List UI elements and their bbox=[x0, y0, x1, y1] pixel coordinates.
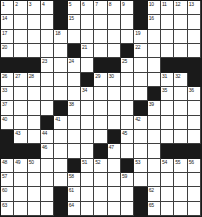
cell[interactable] bbox=[108, 173, 121, 187]
cell[interactable] bbox=[161, 202, 174, 216]
cell[interactable] bbox=[94, 116, 107, 130]
cell[interactable] bbox=[188, 30, 201, 44]
black-cell bbox=[161, 144, 174, 158]
cell[interactable] bbox=[54, 44, 67, 58]
black-cell bbox=[161, 58, 174, 72]
clue-number: 16 bbox=[149, 15, 154, 21]
black-cell bbox=[41, 116, 54, 130]
clue-number: 6 bbox=[82, 1, 84, 7]
cell[interactable] bbox=[81, 144, 94, 158]
cell[interactable] bbox=[121, 15, 134, 29]
cell[interactable] bbox=[148, 58, 161, 72]
cell[interactable] bbox=[161, 116, 174, 130]
cell[interactable] bbox=[108, 87, 121, 101]
cell[interactable] bbox=[188, 173, 201, 187]
cell[interactable] bbox=[94, 202, 107, 216]
cell[interactable] bbox=[94, 44, 107, 58]
cell[interactable] bbox=[188, 116, 201, 130]
clue-number: 35 bbox=[162, 87, 167, 93]
cell[interactable] bbox=[174, 30, 187, 44]
black-cell bbox=[134, 187, 147, 201]
cell[interactable] bbox=[28, 15, 41, 29]
clue-number: 22 bbox=[135, 44, 140, 50]
black-cell bbox=[1, 58, 14, 72]
cell[interactable] bbox=[54, 130, 67, 144]
clue-number: 51 bbox=[82, 159, 87, 165]
cell[interactable]: 45 bbox=[121, 130, 134, 144]
clue-number: 44 bbox=[42, 130, 47, 136]
black-cell bbox=[94, 144, 107, 158]
cell[interactable] bbox=[94, 101, 107, 115]
black-cell bbox=[134, 101, 147, 115]
cell[interactable] bbox=[41, 101, 54, 115]
black-cell bbox=[108, 58, 121, 72]
cell[interactable] bbox=[14, 173, 27, 187]
clue-number: 40 bbox=[2, 116, 7, 122]
cell[interactable] bbox=[148, 159, 161, 173]
cell[interactable] bbox=[41, 173, 54, 187]
cell[interactable]: 41 bbox=[54, 116, 67, 130]
clue-number: 13 bbox=[189, 1, 194, 7]
cell[interactable] bbox=[68, 87, 81, 101]
cell[interactable]: 7 bbox=[94, 1, 107, 15]
cell[interactable]: 6 bbox=[81, 1, 94, 15]
clue-number: 56 bbox=[189, 159, 194, 165]
clue-number: 23 bbox=[42, 58, 47, 64]
black-cell bbox=[54, 187, 67, 201]
clue-number: 32 bbox=[175, 73, 180, 79]
cell[interactable] bbox=[148, 73, 161, 87]
clue-number: 27 bbox=[15, 73, 20, 79]
cell[interactable] bbox=[188, 44, 201, 58]
cell[interactable] bbox=[121, 30, 134, 44]
cell[interactable] bbox=[28, 87, 41, 101]
black-cell bbox=[174, 144, 187, 158]
clue-number: 19 bbox=[135, 30, 140, 36]
cell[interactable] bbox=[108, 187, 121, 201]
black-cell bbox=[121, 159, 134, 173]
cell[interactable] bbox=[108, 30, 121, 44]
cell[interactable] bbox=[14, 116, 27, 130]
black-cell bbox=[134, 202, 147, 216]
cell[interactable] bbox=[81, 15, 94, 29]
cell[interactable]: 14 bbox=[1, 15, 14, 29]
cell[interactable] bbox=[134, 173, 147, 187]
cell[interactable] bbox=[54, 58, 67, 72]
clue-number: 24 bbox=[69, 58, 74, 64]
cell[interactable] bbox=[161, 101, 174, 115]
cell[interactable] bbox=[68, 130, 81, 144]
cell[interactable]: 24 bbox=[68, 58, 81, 72]
clue-number: 48 bbox=[2, 159, 7, 165]
cell[interactable] bbox=[94, 173, 107, 187]
cell[interactable] bbox=[148, 173, 161, 187]
cell[interactable] bbox=[28, 30, 41, 44]
cell[interactable] bbox=[134, 73, 147, 87]
clue-number: 38 bbox=[69, 101, 74, 107]
cell[interactable]: 20 bbox=[1, 44, 14, 58]
cell[interactable] bbox=[68, 144, 81, 158]
clue-number: 59 bbox=[122, 173, 127, 179]
cell[interactable]: 40 bbox=[1, 116, 14, 130]
clue-number: 28 bbox=[29, 73, 34, 79]
cell[interactable]: 18 bbox=[54, 30, 67, 44]
black-cell bbox=[28, 144, 41, 158]
cell[interactable] bbox=[121, 187, 134, 201]
cell[interactable] bbox=[174, 187, 187, 201]
cell[interactable] bbox=[14, 44, 27, 58]
cell[interactable] bbox=[94, 130, 107, 144]
cell[interactable]: 10 bbox=[148, 1, 161, 15]
black-cell bbox=[188, 73, 201, 87]
black-cell bbox=[1, 130, 14, 144]
black-cell bbox=[121, 44, 134, 58]
clue-number: 7 bbox=[95, 1, 97, 7]
cell[interactable]: 22 bbox=[134, 44, 147, 58]
cell[interactable]: 35 bbox=[161, 87, 174, 101]
cell[interactable] bbox=[54, 144, 67, 158]
cell[interactable] bbox=[161, 130, 174, 144]
cell[interactable]: 38 bbox=[68, 101, 81, 115]
cell[interactable] bbox=[188, 187, 201, 201]
cell[interactable]: 51 bbox=[81, 159, 94, 173]
cell[interactable] bbox=[108, 159, 121, 173]
cell[interactable]: 30 bbox=[108, 73, 121, 87]
black-cell bbox=[148, 87, 161, 101]
cell[interactable] bbox=[161, 44, 174, 58]
cell[interactable] bbox=[68, 30, 81, 44]
clue-number: 39 bbox=[149, 101, 154, 107]
cell[interactable] bbox=[54, 159, 67, 173]
cell[interactable] bbox=[28, 101, 41, 115]
cell[interactable] bbox=[94, 30, 107, 44]
clue-number: 9 bbox=[122, 1, 124, 7]
cell[interactable]: 37 bbox=[1, 101, 14, 115]
cell[interactable] bbox=[41, 187, 54, 201]
black-cell bbox=[188, 58, 201, 72]
clue-number: 63 bbox=[2, 202, 7, 208]
crossword-board: 1234567891011121314151617181920212223242… bbox=[0, 0, 202, 217]
clue-number: 3 bbox=[29, 1, 31, 7]
cell[interactable] bbox=[41, 44, 54, 58]
cell[interactable]: 61 bbox=[68, 187, 81, 201]
cell[interactable] bbox=[121, 87, 134, 101]
clue-number: 30 bbox=[109, 73, 114, 79]
cell[interactable] bbox=[14, 101, 27, 115]
cell[interactable]: 32 bbox=[174, 73, 187, 87]
black-cell bbox=[81, 73, 94, 87]
cell[interactable]: 36 bbox=[188, 87, 201, 101]
black-cell bbox=[28, 58, 41, 72]
cell[interactable] bbox=[134, 58, 147, 72]
cell[interactable]: 26 bbox=[1, 73, 14, 87]
clue-number: 60 bbox=[2, 187, 7, 193]
cell[interactable]: 4 bbox=[41, 1, 54, 15]
black-cell bbox=[68, 159, 81, 173]
cell[interactable]: 63 bbox=[1, 202, 14, 216]
cell[interactable]: 27 bbox=[14, 73, 27, 87]
cell[interactable]: 12 bbox=[174, 1, 187, 15]
cell[interactable] bbox=[148, 130, 161, 144]
cell[interactable]: 55 bbox=[174, 159, 187, 173]
cell[interactable]: 17 bbox=[1, 30, 14, 44]
cell[interactable]: 8 bbox=[108, 1, 121, 15]
cell[interactable] bbox=[81, 130, 94, 144]
black-cell bbox=[134, 1, 147, 15]
cell[interactable] bbox=[94, 15, 107, 29]
cell[interactable]: 39 bbox=[148, 101, 161, 115]
black-cell bbox=[94, 58, 107, 72]
cell[interactable] bbox=[121, 116, 134, 130]
cell[interactable] bbox=[174, 173, 187, 187]
black-cell bbox=[14, 58, 27, 72]
clue-number: 41 bbox=[55, 116, 60, 122]
cell[interactable]: 54 bbox=[161, 159, 174, 173]
cell[interactable] bbox=[81, 116, 94, 130]
clue-number: 52 bbox=[95, 159, 100, 165]
black-cell bbox=[174, 58, 187, 72]
cell[interactable]: 48 bbox=[1, 159, 14, 173]
clue-number: 58 bbox=[69, 173, 74, 179]
cell[interactable] bbox=[14, 202, 27, 216]
cell[interactable] bbox=[134, 144, 147, 158]
cell[interactable] bbox=[174, 15, 187, 29]
clue-number: 49 bbox=[15, 159, 20, 165]
cell[interactable] bbox=[188, 130, 201, 144]
cell[interactable]: 15 bbox=[68, 15, 81, 29]
clue-number: 47 bbox=[109, 144, 114, 150]
clue-number: 10 bbox=[149, 1, 154, 7]
cell[interactable] bbox=[14, 187, 27, 201]
cell[interactable] bbox=[28, 130, 41, 144]
clue-number: 17 bbox=[2, 30, 7, 36]
cell[interactable] bbox=[161, 173, 174, 187]
cell[interactable] bbox=[54, 87, 67, 101]
cell[interactable]: 46 bbox=[41, 144, 54, 158]
cell[interactable] bbox=[121, 73, 134, 87]
cell[interactable]: 62 bbox=[148, 187, 161, 201]
cell[interactable]: 34 bbox=[81, 87, 94, 101]
cell[interactable] bbox=[174, 130, 187, 144]
black-cell bbox=[54, 101, 67, 115]
cell[interactable] bbox=[134, 130, 147, 144]
black-cell bbox=[14, 144, 27, 158]
clue-number: 4 bbox=[42, 1, 44, 7]
clue-number: 11 bbox=[162, 1, 167, 7]
clue-number: 29 bbox=[95, 73, 100, 79]
cell[interactable] bbox=[108, 116, 121, 130]
cell[interactable] bbox=[41, 15, 54, 29]
black-cell bbox=[54, 1, 67, 15]
black-cell bbox=[54, 15, 67, 29]
cell[interactable] bbox=[108, 44, 121, 58]
clue-number: 2 bbox=[15, 1, 17, 7]
clue-number: 20 bbox=[2, 44, 7, 50]
clue-number: 14 bbox=[2, 15, 7, 21]
cell[interactable] bbox=[41, 87, 54, 101]
cell[interactable] bbox=[28, 116, 41, 130]
cell[interactable]: 59 bbox=[121, 173, 134, 187]
black-cell bbox=[134, 15, 147, 29]
clue-number: 54 bbox=[162, 159, 167, 165]
cell[interactable]: 9 bbox=[121, 1, 134, 15]
cell[interactable] bbox=[121, 144, 134, 158]
clue-number: 21 bbox=[82, 44, 87, 50]
clue-number: 36 bbox=[189, 87, 194, 93]
clue-number: 57 bbox=[2, 173, 7, 179]
clue-number: 65 bbox=[149, 202, 154, 208]
cell[interactable]: 21 bbox=[81, 44, 94, 58]
cell[interactable] bbox=[28, 202, 41, 216]
cell[interactable] bbox=[108, 15, 121, 29]
cell[interactable]: 11 bbox=[161, 1, 174, 15]
cell[interactable] bbox=[81, 58, 94, 72]
cell[interactable] bbox=[188, 15, 201, 29]
black-cell bbox=[108, 130, 121, 144]
cell[interactable] bbox=[174, 44, 187, 58]
cell[interactable] bbox=[161, 30, 174, 44]
cell[interactable] bbox=[188, 101, 201, 115]
cell[interactable]: 60 bbox=[1, 187, 14, 201]
cell[interactable] bbox=[121, 202, 134, 216]
clue-number: 31 bbox=[162, 73, 167, 79]
cell[interactable]: 52 bbox=[94, 159, 107, 173]
cell[interactable] bbox=[81, 101, 94, 115]
cell[interactable] bbox=[28, 173, 41, 187]
clue-number: 8 bbox=[109, 1, 111, 7]
cell[interactable] bbox=[161, 187, 174, 201]
cell[interactable] bbox=[108, 101, 121, 115]
clue-number: 53 bbox=[135, 159, 140, 165]
cell[interactable]: 65 bbox=[148, 202, 161, 216]
clue-number: 45 bbox=[122, 130, 127, 136]
cell[interactable] bbox=[174, 202, 187, 216]
cell[interactable]: 58 bbox=[68, 173, 81, 187]
cell[interactable] bbox=[81, 202, 94, 216]
cell[interactable] bbox=[81, 30, 94, 44]
clue-number: 25 bbox=[122, 58, 127, 64]
clue-number: 15 bbox=[69, 15, 74, 21]
cell[interactable]: 49 bbox=[14, 159, 27, 173]
cell[interactable] bbox=[41, 73, 54, 87]
cell[interactable] bbox=[68, 73, 81, 87]
cell[interactable] bbox=[41, 30, 54, 44]
cell[interactable]: 53 bbox=[134, 159, 147, 173]
cell[interactable] bbox=[134, 87, 147, 101]
clue-number: 18 bbox=[55, 30, 60, 36]
clue-number: 37 bbox=[2, 101, 7, 107]
cell[interactable]: 33 bbox=[1, 87, 14, 101]
cell[interactable]: 56 bbox=[188, 159, 201, 173]
clue-number: 34 bbox=[82, 87, 87, 93]
cell[interactable]: 23 bbox=[41, 58, 54, 72]
black-cell bbox=[1, 144, 14, 158]
clue-number: 43 bbox=[15, 130, 20, 136]
cell[interactable] bbox=[68, 116, 81, 130]
cell[interactable]: 1 bbox=[1, 1, 14, 15]
cell[interactable] bbox=[14, 87, 27, 101]
cell[interactable]: 31 bbox=[161, 73, 174, 87]
black-cell bbox=[54, 202, 67, 216]
cell[interactable]: 16 bbox=[148, 15, 161, 29]
clue-number: 33 bbox=[2, 87, 7, 93]
clue-number: 1 bbox=[2, 1, 4, 7]
clue-number: 61 bbox=[69, 187, 74, 193]
cell[interactable] bbox=[121, 101, 134, 115]
cell[interactable]: 44 bbox=[41, 130, 54, 144]
cell[interactable] bbox=[81, 187, 94, 201]
cell[interactable] bbox=[41, 159, 54, 173]
cell[interactable] bbox=[148, 144, 161, 158]
cell[interactable] bbox=[174, 116, 187, 130]
cell[interactable]: 25 bbox=[121, 58, 134, 72]
cell[interactable] bbox=[54, 73, 67, 87]
cell[interactable] bbox=[14, 15, 27, 29]
cell[interactable] bbox=[54, 173, 67, 187]
cell[interactable] bbox=[41, 202, 54, 216]
clue-number: 46 bbox=[42, 144, 47, 150]
cell[interactable]: 42 bbox=[134, 116, 147, 130]
clue-number: 62 bbox=[149, 187, 154, 193]
cell[interactable]: 13 bbox=[188, 1, 201, 15]
cell[interactable]: 43 bbox=[14, 130, 27, 144]
cell[interactable]: 29 bbox=[94, 73, 107, 87]
cell[interactable]: 28 bbox=[28, 73, 41, 87]
cell[interactable] bbox=[108, 202, 121, 216]
cell[interactable] bbox=[94, 187, 107, 201]
cell[interactable] bbox=[148, 30, 161, 44]
cell[interactable]: 2 bbox=[14, 1, 27, 15]
cell[interactable] bbox=[14, 30, 27, 44]
cell[interactable] bbox=[174, 87, 187, 101]
cell[interactable] bbox=[94, 87, 107, 101]
cell[interactable] bbox=[28, 44, 41, 58]
cell[interactable]: 3 bbox=[28, 1, 41, 15]
cell[interactable]: 64 bbox=[68, 202, 81, 216]
cell[interactable]: 5 bbox=[68, 1, 81, 15]
black-cell bbox=[188, 144, 201, 158]
clue-number: 26 bbox=[2, 73, 7, 79]
cell[interactable] bbox=[81, 173, 94, 187]
cell[interactable] bbox=[148, 116, 161, 130]
cell[interactable]: 57 bbox=[1, 173, 14, 187]
cell[interactable]: 50 bbox=[28, 159, 41, 173]
black-cell bbox=[68, 44, 81, 58]
clue-number: 12 bbox=[175, 1, 180, 7]
cell[interactable]: 19 bbox=[134, 30, 147, 44]
clue-number: 55 bbox=[175, 159, 180, 165]
cell[interactable] bbox=[174, 101, 187, 115]
clue-number: 5 bbox=[69, 1, 71, 7]
clue-number: 50 bbox=[29, 159, 34, 165]
cell[interactable] bbox=[148, 44, 161, 58]
cell[interactable] bbox=[28, 187, 41, 201]
cell[interactable] bbox=[188, 202, 201, 216]
cell[interactable]: 47 bbox=[108, 144, 121, 158]
clue-number: 64 bbox=[69, 202, 74, 208]
cell[interactable] bbox=[161, 15, 174, 29]
clue-number: 42 bbox=[135, 116, 140, 122]
